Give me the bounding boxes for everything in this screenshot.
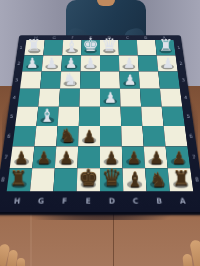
- player-finger: [17, 258, 25, 266]
- square-b5[interactable]: [141, 107, 163, 126]
- square-c5[interactable]: [121, 107, 143, 126]
- piece-black-knight[interactable]: ♞: [56, 126, 79, 146]
- piece-white-pawn[interactable]: ♟: [119, 55, 139, 71]
- square-a6[interactable]: [164, 126, 188, 146]
- square-b4[interactable]: [140, 89, 162, 107]
- board-squares: ♜♝♚♛♜♟♟♟♟♟♟♟♞♟♝♟♞♟♟♟♟♟♟♟♜♚♛♝♞♜: [7, 40, 194, 191]
- player-finger: [182, 254, 192, 266]
- file-labels-near: HGFEDCBA: [4, 196, 195, 208]
- square-a5[interactable]: [162, 107, 185, 126]
- piece-white-bishop[interactable]: ♝: [36, 107, 58, 126]
- piece-black-pawn[interactable]: ♟: [166, 146, 191, 168]
- square-b6[interactable]: [142, 126, 165, 146]
- board-frame: HGFEDCBA HGFEDCBA 12345678 12345678 ♜♝♚♛…: [0, 35, 200, 212]
- piece-white-pawn[interactable]: ♟: [81, 55, 100, 71]
- square-d5[interactable]: [100, 107, 121, 126]
- square-h6[interactable]: [13, 126, 37, 146]
- square-e5[interactable]: [79, 107, 100, 126]
- square-h4[interactable]: [18, 89, 40, 107]
- square-a4[interactable]: [160, 89, 182, 107]
- piece-white-pawn[interactable]: ♟: [100, 89, 121, 107]
- piece-white-queen[interactable]: ♛: [100, 40, 119, 55]
- square-a3[interactable]: [158, 72, 180, 89]
- square-h3[interactable]: [20, 72, 42, 89]
- piece-white-pawn[interactable]: ♟: [157, 55, 178, 71]
- chessboard-3d[interactable]: HGFEDCBA HGFEDCBA 12345678 12345678 ♜♝♚♛…: [0, 0, 200, 212]
- square-f4[interactable]: [59, 89, 80, 107]
- square-c6[interactable]: [121, 126, 144, 146]
- piece-white-rook[interactable]: ♜: [24, 40, 44, 55]
- piece-black-pawn[interactable]: ♟: [55, 146, 78, 168]
- piece-white-pawn[interactable]: ♟: [119, 72, 140, 89]
- piece-white-knight[interactable]: ♞: [60, 72, 81, 89]
- piece-black-rook[interactable]: ♜: [168, 168, 194, 191]
- piece-black-rook[interactable]: ♜: [7, 168, 33, 191]
- piece-white-rook[interactable]: ♜: [155, 40, 175, 55]
- chess-app-screen: HGFEDCBA HGFEDCBA 12345678 12345678 ♜♝♚♛…: [0, 0, 200, 266]
